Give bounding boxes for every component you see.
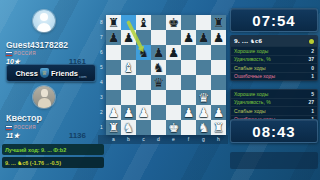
square-b7[interactable]: ♟	[121, 30, 136, 45]
square-h8[interactable]: ♜	[211, 15, 226, 30]
piece-black-queen-d4[interactable]: ♛	[151, 75, 166, 90]
square-d4[interactable]: ♛	[151, 75, 166, 90]
piece-white-knight-b1[interactable]: ♞	[121, 120, 136, 135]
rank-label-5: 5	[98, 60, 105, 75]
logo-text-chess: Chess	[15, 69, 38, 78]
piece-white-rook-a1[interactable]: ♜	[106, 120, 121, 135]
square-e2[interactable]	[166, 105, 181, 120]
file-labels: abcdefgh	[106, 135, 226, 144]
player-stars-bottom: 11★	[6, 132, 20, 140]
square-h4[interactable]	[211, 75, 226, 90]
square-d7[interactable]	[151, 30, 166, 45]
square-b6[interactable]	[121, 45, 136, 60]
square-e1[interactable]: ♚	[166, 120, 181, 135]
square-d8[interactable]	[151, 15, 166, 30]
square-h2[interactable]: ♟	[211, 105, 226, 120]
piece-white-king-e1[interactable]: ♚	[166, 120, 181, 135]
square-b5[interactable]: ♝	[121, 60, 136, 75]
played-move-bar[interactable]: 9. ... ♞c6 (-1.76→-0.5)	[2, 157, 104, 168]
best-move-text: Лучший ход: 9. ... Ф:b2	[5, 147, 66, 153]
square-c6[interactable]: ♞	[136, 45, 151, 60]
move-stats-panel-top: 9. ... ♞c6 Хорошие ходы 2 Удачливость, %…	[230, 35, 318, 81]
piece-white-queen-g3[interactable]: ♛	[196, 90, 211, 105]
piece-white-bishop-b5[interactable]: ♝	[121, 60, 136, 75]
square-h7[interactable]: ♟	[211, 30, 226, 45]
piece-black-king-e8[interactable]: ♚	[166, 15, 181, 30]
stat-row-luck: Удачливость, % 37	[231, 55, 317, 64]
square-e8[interactable]: ♚	[166, 15, 181, 30]
square-e7[interactable]	[166, 30, 181, 45]
logo-text-com: com	[79, 74, 87, 79]
russia-flag-icon	[6, 52, 12, 56]
square-c8[interactable]: ♝	[136, 15, 151, 30]
last-move-text: 9. ... ♞c6	[234, 38, 262, 44]
square-g3[interactable]: ♛	[196, 90, 211, 105]
stat-row-weak-moves: Слабые ходы 1	[231, 106, 317, 115]
avatar-statue-head	[41, 89, 48, 97]
square-g6[interactable]	[196, 45, 211, 60]
square-g2[interactable]: ♟	[196, 105, 211, 120]
rank-labels: 87654321	[98, 15, 105, 135]
square-a7[interactable]: ♟	[106, 30, 121, 45]
piece-white-pawn-g2[interactable]: ♟	[196, 105, 211, 120]
file-label-f: f	[181, 135, 196, 144]
player-name-top[interactable]: Guest43178282	[6, 40, 98, 50]
board-squares: ♜♝♚♜♟♟♟♟♟♞♟♟♝♞♛♛♟♟♟♟♟♟♜♞♚♞♜	[106, 15, 226, 135]
rank-label-4: 4	[98, 75, 105, 90]
stat-row-good-moves: Хорошие ходы 5	[231, 90, 317, 98]
square-d1[interactable]	[151, 120, 166, 135]
avatar-silhouette-body	[37, 23, 51, 32]
russia-flag-icon	[6, 126, 12, 130]
played-move-text: 9. ... ♞c6 (-1.76→-0.5)	[5, 160, 61, 166]
rank-label-8: 8	[98, 15, 105, 30]
square-f2[interactable]: ♟	[181, 105, 196, 120]
square-h6[interactable]	[211, 45, 226, 60]
move-quality-dot	[309, 39, 314, 44]
rank-label-1: 1	[98, 120, 105, 135]
square-h3[interactable]	[211, 90, 226, 105]
square-d3[interactable]	[151, 90, 166, 105]
stat-row-mistakes: Ошибочные ходы 1	[231, 72, 317, 81]
piece-black-pawn-d6[interactable]: ♟	[151, 45, 166, 60]
square-c4[interactable]	[136, 75, 151, 90]
square-a4[interactable]	[106, 75, 121, 90]
chess-game-screen: Guest43178282 РОССИЯ 10★ 1161 Chess ♕ Fr…	[0, 0, 320, 180]
piece-white-knight-g1[interactable]: ♞	[196, 120, 211, 135]
file-label-e: e	[166, 135, 181, 144]
player-country-bottom: РОССИЯ	[6, 125, 36, 130]
square-f1[interactable]	[181, 120, 196, 135]
square-d2[interactable]	[151, 105, 166, 120]
square-f3[interactable]	[181, 90, 196, 105]
piece-white-pawn-c2[interactable]: ♟	[136, 105, 151, 120]
last-move-header[interactable]: 9. ... ♞c6	[231, 36, 317, 46]
rank-label-3: 3	[98, 90, 105, 105]
file-label-a: a	[106, 135, 121, 144]
square-b1[interactable]: ♞	[121, 120, 136, 135]
clock-top-player: 07:54	[230, 8, 318, 32]
square-d6[interactable]: ♟	[151, 45, 166, 60]
piece-black-knight-d5[interactable]: ♞	[151, 60, 166, 75]
best-move-bar: Лучший ход: 9. ... Ф:b2	[2, 144, 104, 155]
square-f7[interactable]: ♟	[181, 30, 196, 45]
piece-white-rook-h1[interactable]: ♜	[211, 120, 226, 135]
square-g5[interactable]	[196, 60, 211, 75]
piece-white-pawn-b2[interactable]: ♟	[121, 105, 136, 120]
avatar-silhouette-head	[40, 13, 48, 21]
file-label-b: b	[121, 135, 136, 144]
stat-row-weak-moves: Слабые ходы 0	[231, 63, 317, 72]
square-h5[interactable]	[211, 60, 226, 75]
piece-black-bishop-c8[interactable]: ♝	[136, 15, 151, 30]
square-c1[interactable]	[136, 120, 151, 135]
piece-black-knight-c6[interactable]: ♞	[136, 45, 151, 60]
file-label-c: c	[136, 135, 151, 144]
square-f8[interactable]	[181, 15, 196, 30]
piece-black-pawn-g7[interactable]: ♟	[196, 30, 211, 45]
piece-black-rook-h8[interactable]: ♜	[211, 15, 226, 30]
player-country-top: РОССИЯ	[6, 51, 36, 56]
avatar-top-player[interactable]	[33, 10, 55, 32]
file-label-g: g	[196, 135, 211, 144]
square-b3[interactable]	[121, 90, 136, 105]
file-label-d: d	[151, 135, 166, 144]
piece-black-pawn-b7[interactable]: ♟	[121, 30, 136, 45]
square-e4[interactable]	[166, 75, 181, 90]
square-e3[interactable]	[166, 90, 181, 105]
square-c5[interactable]	[136, 60, 151, 75]
square-b8[interactable]	[121, 15, 136, 30]
stat-row-luck: Удачливость, % 27	[231, 98, 317, 107]
piece-black-rook-a8[interactable]: ♜	[106, 15, 121, 30]
square-a3[interactable]	[106, 90, 121, 105]
square-e5[interactable]	[166, 60, 181, 75]
piece-black-pawn-f7[interactable]: ♟	[181, 30, 196, 45]
square-c7[interactable]	[136, 30, 151, 45]
square-f6[interactable]	[181, 45, 196, 60]
square-g8[interactable]	[196, 15, 211, 30]
rank-label-6: 6	[98, 45, 105, 60]
square-f5[interactable]	[181, 60, 196, 75]
player-card-bottom: Квестор РОССИЯ 11★ 1136	[0, 84, 100, 134]
piece-black-pawn-e6[interactable]: ♟	[166, 45, 181, 60]
square-g7[interactable]: ♟	[196, 30, 211, 45]
square-f4[interactable]	[181, 75, 196, 90]
piece-black-pawn-h7[interactable]: ♟	[211, 30, 226, 45]
square-b2[interactable]: ♟	[121, 105, 136, 120]
logo-text-friends: Friends	[51, 69, 78, 78]
file-label-h: h	[211, 135, 226, 144]
player-name-bottom[interactable]: Квестор	[6, 113, 98, 123]
bottom-right-panel	[230, 152, 318, 169]
piece-white-pawn-f2[interactable]: ♟	[181, 105, 196, 120]
piece-white-pawn-h2[interactable]: ♟	[211, 105, 226, 120]
player-rating-bottom: 1136	[46, 131, 86, 140]
square-c2[interactable]: ♟	[136, 105, 151, 120]
chess-board: ♜♝♚♜♟♟♟♟♟♞♟♟♝♞♛♛♟♟♟♟♟♟♜♞♚♞♜	[106, 15, 226, 135]
piece-black-pawn-a7[interactable]: ♟	[106, 30, 121, 45]
square-a8[interactable]: ♜	[106, 15, 121, 30]
square-e6[interactable]: ♟	[166, 45, 181, 60]
clock-bottom-player: 08:43	[230, 119, 318, 143]
country-label: РОССИЯ	[14, 51, 36, 56]
square-b4[interactable]	[121, 75, 136, 90]
avatar-statue-bust	[38, 98, 51, 108]
square-g4[interactable]	[196, 75, 211, 90]
square-a5[interactable]	[106, 60, 121, 75]
site-logo[interactable]: Chess ♕ Friends com	[6, 64, 96, 82]
crown-shield-icon: ♕	[40, 68, 49, 78]
square-a2[interactable]: ♟	[106, 105, 121, 120]
avatar-bottom-player[interactable]	[33, 86, 55, 108]
rank-label-7: 7	[98, 30, 105, 45]
square-a6[interactable]	[106, 45, 121, 60]
square-g1[interactable]: ♞	[196, 120, 211, 135]
player-card-top: Guest43178282 РОССИЯ 10★ 1161	[0, 6, 100, 66]
rank-label-2: 2	[98, 105, 105, 120]
square-a1[interactable]: ♜	[106, 120, 121, 135]
square-c3[interactable]	[136, 90, 151, 105]
stat-row-good-moves: Хорошие ходы 2	[231, 46, 317, 55]
square-d5[interactable]: ♞	[151, 60, 166, 75]
country-label: РОССИЯ	[14, 125, 36, 130]
piece-white-pawn-a2[interactable]: ♟	[106, 105, 121, 120]
square-h1[interactable]: ♜	[211, 120, 226, 135]
